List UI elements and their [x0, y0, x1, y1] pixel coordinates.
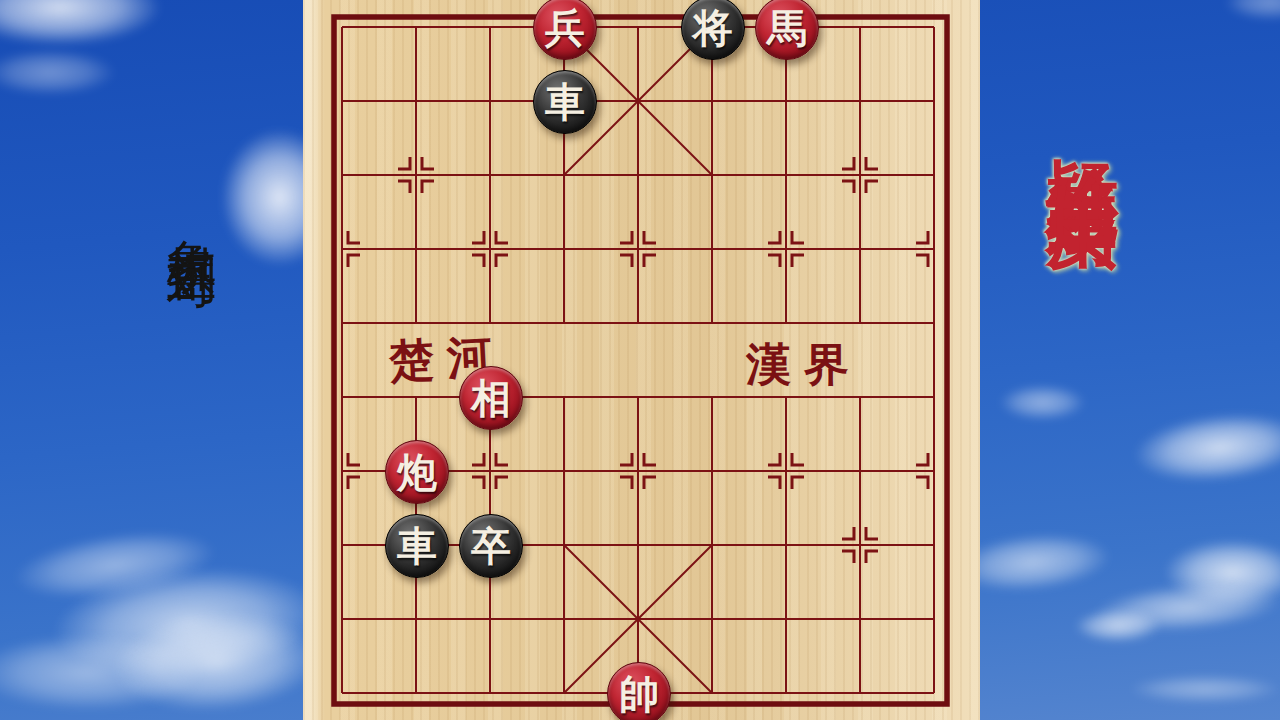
piece-black-general[interactable]: 将 [681, 0, 745, 60]
piece-black-soldier[interactable]: 卒 [459, 514, 523, 578]
piece-red-elephant[interactable]: 相 [459, 366, 523, 430]
piece-glyph: 兵 [545, 8, 585, 48]
piece-red-horse[interactable]: 馬 [755, 0, 819, 60]
piece-black-chariot[interactable]: 車 [385, 514, 449, 578]
cloud [1000, 385, 1085, 420]
piece-glyph: 車 [545, 82, 585, 122]
cloud [0, 0, 160, 45]
cloud [1075, 610, 1160, 642]
cloud [0, 50, 115, 95]
piece-glyph: 将 [693, 8, 733, 48]
pieces-layer: 兵将馬車相炮車卒帥 [303, 0, 980, 720]
cloud [1130, 675, 1280, 703]
left-channel-title: 象棋刘正哥 [167, 200, 217, 230]
piece-glyph: 相 [471, 378, 511, 418]
right-slogan-title: 疑难绝妙实用 [1047, 100, 1119, 154]
piece-glyph: 帥 [619, 674, 659, 714]
video-frame: { "game": "xiangqi", "title_left": "象棋刘正… [0, 0, 1280, 720]
piece-glyph: 車 [397, 526, 437, 566]
piece-glyph: 炮 [397, 452, 437, 492]
piece-red-general[interactable]: 帥 [607, 662, 671, 720]
xiangqi-board[interactable]: 楚河 漢界 兵将馬車相炮車卒帥 [303, 0, 980, 720]
cloud [1132, 406, 1280, 488]
piece-red-cannon[interactable]: 炮 [385, 440, 449, 504]
piece-glyph: 馬 [767, 8, 807, 48]
piece-glyph: 卒 [471, 526, 511, 566]
piece-black-chariot[interactable]: 車 [533, 70, 597, 134]
cloud [1225, 0, 1280, 20]
piece-red-soldier[interactable]: 兵 [533, 0, 597, 60]
